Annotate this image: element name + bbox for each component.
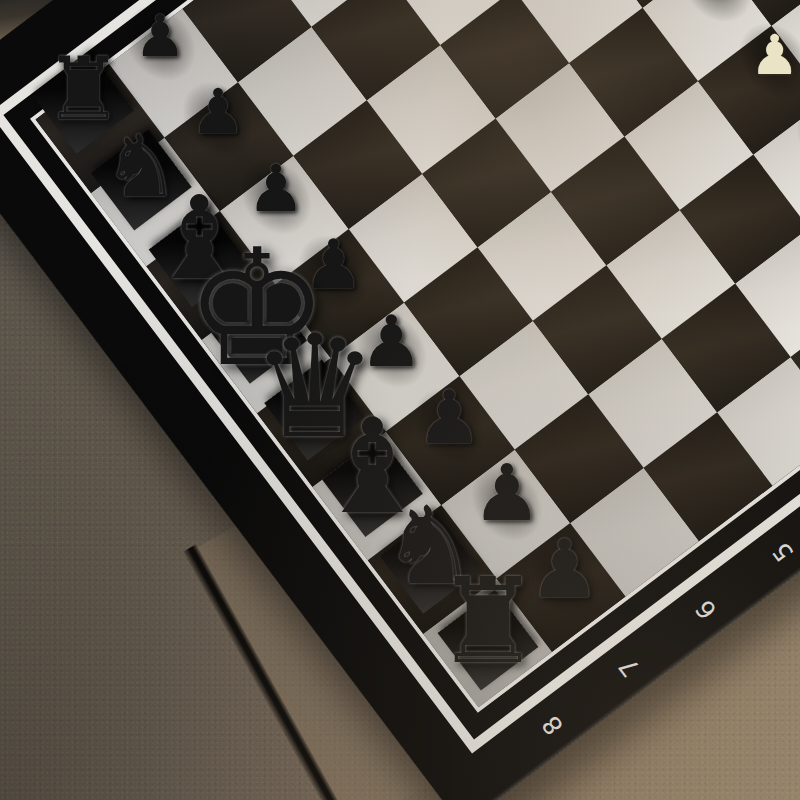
photo-stage: 87654321abcdefgh ♜♞♝♛♚♝♞♜♟♟♟♟♟♟♟♟♟♟♟♟♟♟♟…	[0, 0, 800, 800]
pieces-layer: ♜♞♝♛♚♝♞♜♟♟♟♟♟♟♟♟♟♟♟♟♟♟♟♟♜♞♝♛♚♝♞♜	[36, 0, 800, 707]
rank-label-6: 6	[679, 580, 733, 639]
white-piece-glyph: ♟	[784, 83, 800, 179]
chess-board: 87654321abcdefgh ♜♞♝♛♚♝♞♜♟♟♟♟♟♟♟♟♟♟♟♟♟♟♟…	[0, 0, 800, 800]
rank-label-5: 5	[756, 522, 800, 581]
black-piece-glyph: ♜	[440, 573, 536, 669]
rank-label-8: 8	[526, 696, 580, 755]
black-rook-a8[interactable]: ♜	[421, 573, 555, 707]
rank-label-7: 7	[602, 638, 656, 697]
